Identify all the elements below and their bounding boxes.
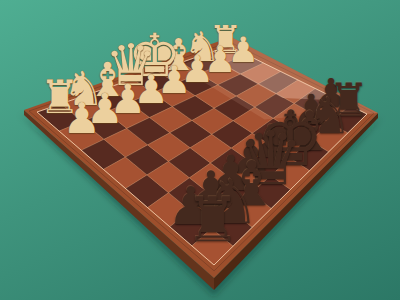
table-surface: ♜♞♟♝♟♚♟♛♟♝♟♞♟♟♜♜♟♟♟♞♟♝♟♚♟♛♟♝♟♟♞♜ xyxy=(0,0,400,300)
chess-board xyxy=(0,0,400,300)
